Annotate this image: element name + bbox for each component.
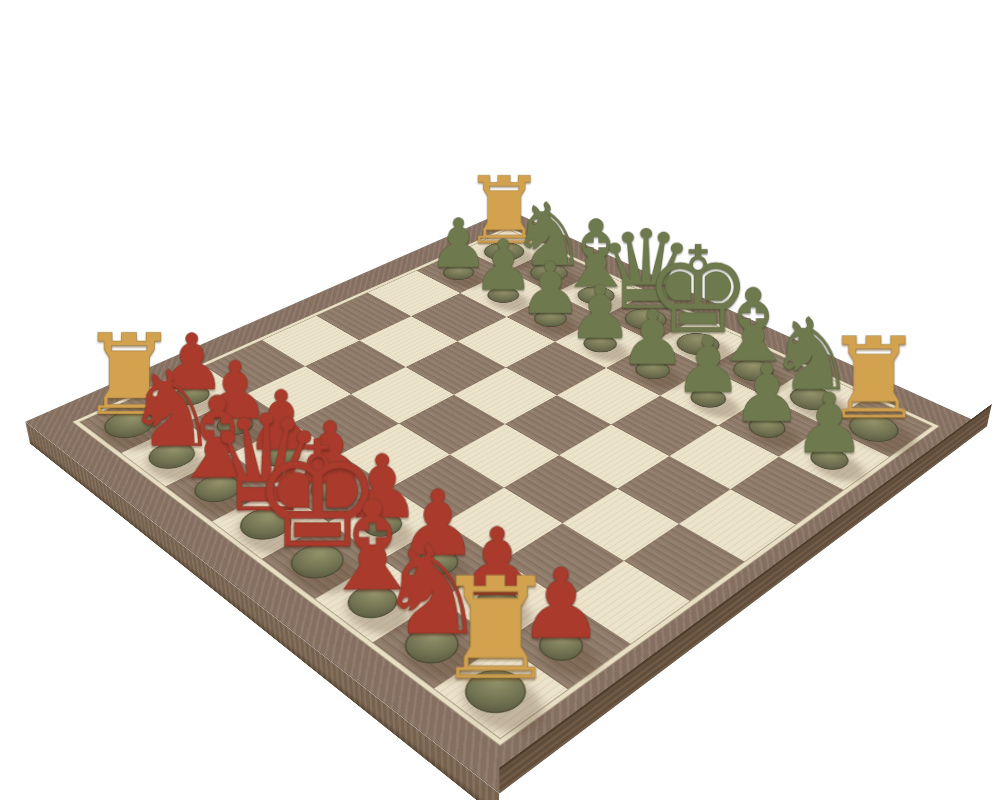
perspective-scene: ♜♞♝♛♚♝♞♜♟♟♟♟♟♟♟♟♟♟♟♟♟♟♟♟♜♞♝♛♚♝♞♜ (0, 0, 1000, 800)
rook-icon: ♜ (432, 558, 559, 699)
product-photo-stage: ♜♞♝♛♚♝♞♜♟♟♟♟♟♟♟♟♟♟♟♟♟♟♟♟♜♞♝♛♚♝♞♜ (0, 0, 1000, 800)
pawn-icon: ♟ (792, 382, 866, 465)
chess-board: ♜♞♝♛♚♝♞♜♟♟♟♟♟♟♟♟♟♟♟♟♟♟♟♟♜♞♝♛♚♝♞♜ (25, 210, 987, 794)
pieces-layer: ♜♞♝♛♚♝♞♜♟♟♟♟♟♟♟♟♟♟♟♟♟♟♟♟♜♞♝♛♚♝♞♜ (25, 210, 987, 794)
